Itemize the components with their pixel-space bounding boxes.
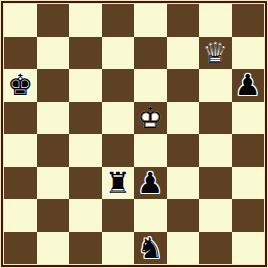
square-a3[interactable] bbox=[4, 167, 37, 200]
square-g6[interactable] bbox=[199, 69, 232, 102]
black-pawn-h6[interactable]: ♟ bbox=[235, 69, 261, 102]
square-f2[interactable] bbox=[167, 199, 200, 232]
square-b4[interactable] bbox=[37, 134, 70, 167]
square-b3[interactable] bbox=[37, 167, 70, 200]
square-d7[interactable] bbox=[102, 37, 135, 70]
square-c7[interactable] bbox=[69, 37, 102, 70]
square-a5[interactable] bbox=[4, 102, 37, 135]
square-f8[interactable] bbox=[167, 4, 200, 37]
square-a8[interactable] bbox=[4, 4, 37, 37]
square-c4[interactable] bbox=[69, 134, 102, 167]
square-c2[interactable] bbox=[69, 199, 102, 232]
square-g5[interactable] bbox=[199, 102, 232, 135]
square-h2[interactable] bbox=[232, 199, 265, 232]
square-d5[interactable] bbox=[102, 102, 135, 135]
square-h7[interactable] bbox=[232, 37, 265, 70]
square-d3[interactable]: ♜ bbox=[102, 167, 135, 200]
square-d1[interactable] bbox=[102, 232, 135, 265]
square-e2[interactable] bbox=[134, 199, 167, 232]
square-b6[interactable] bbox=[37, 69, 70, 102]
square-f3[interactable] bbox=[167, 167, 200, 200]
square-c1[interactable] bbox=[69, 232, 102, 265]
square-c8[interactable] bbox=[69, 4, 102, 37]
square-e4[interactable] bbox=[134, 134, 167, 167]
white-king-e5[interactable]: ♚♔ bbox=[137, 102, 163, 135]
square-h3[interactable] bbox=[232, 167, 265, 200]
square-d8[interactable] bbox=[102, 4, 135, 37]
square-f1[interactable] bbox=[167, 232, 200, 265]
square-d6[interactable] bbox=[102, 69, 135, 102]
square-c3[interactable] bbox=[69, 167, 102, 200]
chess-board[interactable]: ♛♕♚♟♚♔♜♟♞ bbox=[4, 4, 264, 264]
square-f4[interactable] bbox=[167, 134, 200, 167]
square-b8[interactable] bbox=[37, 4, 70, 37]
square-e6[interactable] bbox=[134, 69, 167, 102]
black-knight-e1[interactable]: ♞ bbox=[137, 232, 163, 265]
square-g8[interactable] bbox=[199, 4, 232, 37]
square-b2[interactable] bbox=[37, 199, 70, 232]
chess-diagram-frame: ♛♕♚♟♚♔♜♟♞ bbox=[0, 0, 268, 268]
black-pawn-e3[interactable]: ♟ bbox=[137, 167, 163, 200]
white-piece-outline-glyph: ♔ bbox=[137, 102, 163, 135]
square-c5[interactable] bbox=[69, 102, 102, 135]
square-f5[interactable] bbox=[167, 102, 200, 135]
square-e8[interactable] bbox=[134, 4, 167, 37]
square-e3[interactable]: ♟ bbox=[134, 167, 167, 200]
white-piece-outline-glyph: ♕ bbox=[202, 37, 228, 70]
square-d2[interactable] bbox=[102, 199, 135, 232]
square-e5[interactable]: ♚♔ bbox=[134, 102, 167, 135]
square-g4[interactable] bbox=[199, 134, 232, 167]
square-f6[interactable] bbox=[167, 69, 200, 102]
square-h8[interactable] bbox=[232, 4, 265, 37]
square-b5[interactable] bbox=[37, 102, 70, 135]
square-a1[interactable] bbox=[4, 232, 37, 265]
square-a2[interactable] bbox=[4, 199, 37, 232]
square-h5[interactable] bbox=[232, 102, 265, 135]
square-h4[interactable] bbox=[232, 134, 265, 167]
black-king-a6[interactable]: ♚ bbox=[7, 69, 33, 102]
white-queen-g7[interactable]: ♛♕ bbox=[202, 37, 228, 70]
square-g7[interactable]: ♛♕ bbox=[199, 37, 232, 70]
square-f7[interactable] bbox=[167, 37, 200, 70]
square-e1[interactable]: ♞ bbox=[134, 232, 167, 265]
square-g3[interactable] bbox=[199, 167, 232, 200]
square-a4[interactable] bbox=[4, 134, 37, 167]
square-a7[interactable] bbox=[4, 37, 37, 70]
square-b1[interactable] bbox=[37, 232, 70, 265]
square-g1[interactable] bbox=[199, 232, 232, 265]
square-a6[interactable]: ♚ bbox=[4, 69, 37, 102]
square-d4[interactable] bbox=[102, 134, 135, 167]
black-rook-d3[interactable]: ♜ bbox=[105, 167, 131, 200]
square-b7[interactable] bbox=[37, 37, 70, 70]
square-h6[interactable]: ♟ bbox=[232, 69, 265, 102]
square-h1[interactable] bbox=[232, 232, 265, 265]
square-c6[interactable] bbox=[69, 69, 102, 102]
square-e7[interactable] bbox=[134, 37, 167, 70]
square-g2[interactable] bbox=[199, 199, 232, 232]
